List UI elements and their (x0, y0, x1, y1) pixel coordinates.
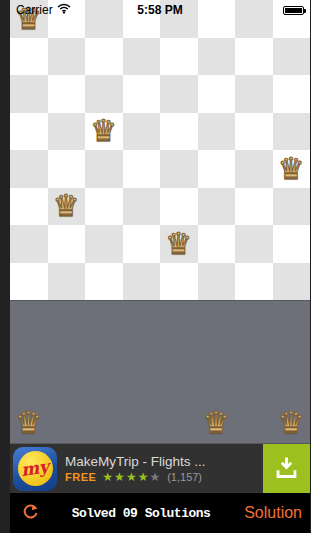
status-bar: 5:58 PM Carrier (10, 0, 310, 20)
ad-price-label: FREE (65, 471, 96, 483)
square-b2[interactable] (48, 225, 86, 263)
square-e1[interactable] (160, 263, 198, 301)
square-g3[interactable] (235, 188, 273, 226)
square-f6[interactable] (198, 75, 236, 113)
solution-button[interactable]: Solution (244, 504, 302, 522)
square-e4[interactable] (160, 150, 198, 188)
bottom-bar: Solved 09 Solutions Solution (10, 493, 310, 533)
solved-status-text: Solved 09 Solutions (50, 506, 232, 521)
star-rating: ★★★★★ (102, 471, 161, 483)
square-c2[interactable] (85, 225, 123, 263)
ad-banner[interactable]: my MakeMyTrip - Flights ... FREE ★★★★★ (… (10, 443, 310, 493)
download-icon (273, 454, 300, 484)
square-g4[interactable] (235, 150, 273, 188)
battery-icon (283, 6, 304, 15)
square-b7[interactable] (48, 38, 86, 76)
square-g5[interactable] (235, 113, 273, 151)
square-f3[interactable] (198, 188, 236, 226)
ad-title[interactable]: MakeMyTrip - Flights ... (65, 454, 263, 469)
square-g6[interactable] (235, 75, 273, 113)
ad-download-button[interactable] (263, 444, 310, 494)
square-a2[interactable] (10, 225, 48, 263)
square-b4[interactable] (48, 150, 86, 188)
square-g2[interactable] (235, 225, 273, 263)
square-a1[interactable] (10, 263, 48, 301)
tray-queen-1[interactable]: ♛ (198, 405, 236, 443)
square-f1[interactable] (198, 263, 236, 301)
square-c1[interactable] (85, 263, 123, 301)
refresh-icon (21, 502, 40, 524)
square-a7[interactable] (10, 38, 48, 76)
square-g7[interactable] (235, 38, 273, 76)
square-h1[interactable] (273, 263, 311, 301)
square-b5[interactable] (48, 113, 86, 151)
refresh-button[interactable] (18, 501, 42, 525)
tray-queen-0[interactable]: ♛ (10, 405, 48, 443)
queen-piece-h4[interactable]: ♛ (273, 150, 311, 188)
tray-queen-2[interactable]: ♛ (273, 405, 311, 443)
square-e6[interactable] (160, 75, 198, 113)
square-f4[interactable] (198, 150, 236, 188)
square-d1[interactable] (123, 263, 161, 301)
square-c7[interactable] (85, 38, 123, 76)
square-d3[interactable] (123, 188, 161, 226)
square-b1[interactable] (48, 263, 86, 301)
status-time: 5:58 PM (10, 3, 310, 17)
square-c4[interactable] (85, 150, 123, 188)
spare-queen-tray: ♛♛♛ (10, 300, 310, 443)
chess-board: ♛♛♛♛♛ (10, 0, 310, 300)
square-d6[interactable] (123, 75, 161, 113)
queen-piece-b3[interactable]: ♛ (48, 188, 86, 226)
square-d4[interactable] (123, 150, 161, 188)
square-f5[interactable] (198, 113, 236, 151)
square-a4[interactable] (10, 150, 48, 188)
square-e3[interactable] (160, 188, 198, 226)
square-h5[interactable] (273, 113, 311, 151)
square-c6[interactable] (85, 75, 123, 113)
square-c3[interactable] (85, 188, 123, 226)
queen-piece-e2[interactable]: ♛ (160, 225, 198, 263)
queen-piece-c5[interactable]: ♛ (85, 113, 123, 151)
square-a6[interactable] (10, 75, 48, 113)
app-screen: ♛♛♛♛♛ 5:58 PM Carrier ♛♛♛ my (10, 0, 310, 533)
ad-text-block[interactable]: MakeMyTrip - Flights ... FREE ★★★★★ (1,1… (65, 454, 263, 483)
makemytrip-logo-icon: my (18, 451, 53, 486)
square-h3[interactable] (273, 188, 311, 226)
square-e7[interactable] (160, 38, 198, 76)
square-d5[interactable] (123, 113, 161, 151)
square-f7[interactable] (198, 38, 236, 76)
ad-icon-text: my (20, 458, 50, 479)
square-g1[interactable] (235, 263, 273, 301)
square-d2[interactable] (123, 225, 161, 263)
square-e5[interactable] (160, 113, 198, 151)
square-b6[interactable] (48, 75, 86, 113)
square-f2[interactable] (198, 225, 236, 263)
ad-app-icon[interactable]: my (13, 447, 57, 491)
square-a5[interactable] (10, 113, 48, 151)
square-h2[interactable] (273, 225, 311, 263)
square-h7[interactable] (273, 38, 311, 76)
square-h6[interactable] (273, 75, 311, 113)
ad-rating-count: (1,157) (167, 471, 202, 483)
square-d7[interactable] (123, 38, 161, 76)
square-a3[interactable] (10, 188, 48, 226)
